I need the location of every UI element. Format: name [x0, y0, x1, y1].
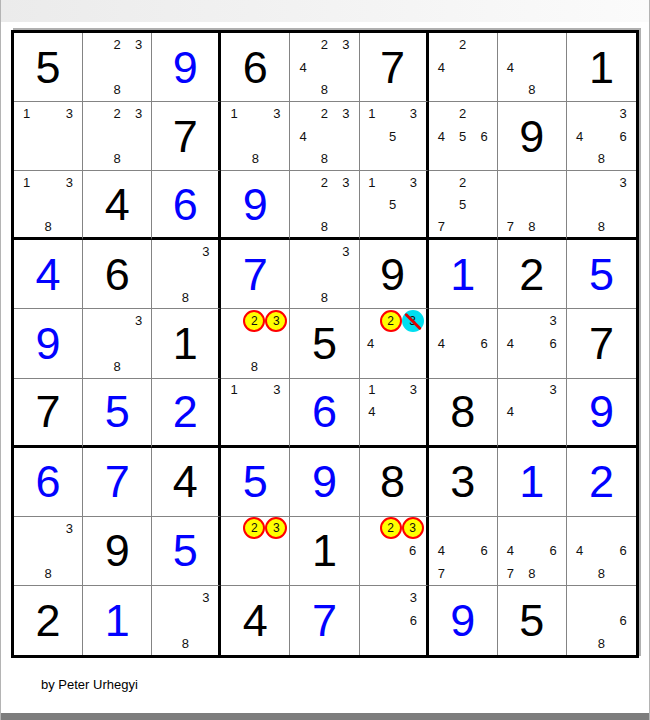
- candidate-digit: 2: [314, 171, 335, 193]
- candidate-digit: 3: [266, 379, 287, 401]
- candidate-digit: 8: [591, 215, 613, 237]
- author-credit: by Peter Urhegyi: [41, 677, 138, 692]
- cell-r5c1[interactable]: 9: [14, 309, 83, 378]
- candidate-digit: 4: [500, 56, 521, 79]
- candidate-digit: 3: [59, 517, 80, 540]
- candidate-grid: 46: [429, 309, 497, 377]
- cell-r7c9[interactable]: 2: [567, 448, 636, 517]
- cell-r2c8[interactable]: 9: [498, 102, 567, 171]
- candidate-digit: 3: [335, 33, 356, 56]
- candidate-digit: 6: [543, 332, 564, 355]
- cell-r2c3[interactable]: 7: [152, 102, 221, 171]
- candidate-digit: 8: [314, 78, 335, 101]
- candidate-digit: 3: [543, 379, 564, 401]
- cell-r1c5[interactable]: 2348: [290, 33, 359, 102]
- solved-digit: 6: [152, 171, 218, 237]
- cell-r2c5[interactable]: 2348: [290, 102, 359, 171]
- candidate-digit: 3: [128, 102, 149, 125]
- solved-digit: 4: [152, 448, 218, 516]
- window-top-bar: [1, 0, 649, 22]
- cell-r7c7[interactable]: 3: [429, 448, 498, 517]
- candidate-grid: 468: [567, 517, 636, 585]
- candidate-grid: 68: [567, 586, 636, 655]
- candidate-digit-eliminated: 3: [402, 310, 424, 332]
- candidate-digit: 1: [362, 379, 383, 401]
- solved-digit: 5: [221, 448, 289, 516]
- candidate-grid: 38: [83, 309, 151, 377]
- candidate-digit: 8: [175, 286, 196, 309]
- cell-r8c8[interactable]: 4678: [498, 517, 567, 586]
- candidate-grid: 234: [360, 309, 426, 377]
- candidate-digit: 7: [431, 562, 452, 585]
- cell-r5c9[interactable]: 7: [567, 309, 636, 378]
- candidate-digit: 7: [431, 215, 452, 237]
- window-bottom-bar: [1, 713, 649, 720]
- candidate-digit: 1: [16, 171, 37, 193]
- solved-digit: 5: [567, 240, 636, 308]
- candidate-digit: 3: [403, 171, 424, 193]
- cell-r9c5[interactable]: 7: [290, 586, 359, 655]
- cell-r6c2[interactable]: 5: [83, 379, 152, 448]
- candidate-digit: 3: [543, 309, 564, 332]
- candidate-digit: 3: [59, 102, 80, 125]
- candidate-digit: 2: [452, 171, 473, 193]
- candidate-digit: 8: [521, 78, 542, 101]
- cell-r7c5[interactable]: 9: [290, 448, 359, 517]
- candidate-digit: 2: [314, 102, 335, 125]
- cell-r1c6[interactable]: 7: [360, 33, 429, 102]
- cell-r3c2[interactable]: 4: [83, 171, 152, 240]
- candidate-digit: 4: [431, 332, 452, 355]
- cell-r9c8[interactable]: 5: [498, 586, 567, 655]
- cell-r1c9[interactable]: 1: [567, 33, 636, 102]
- candidate-grid: 38: [14, 517, 82, 585]
- candidate-digit: 6: [402, 539, 424, 562]
- candidate-grid: 467: [429, 517, 497, 585]
- solved-digit: 7: [290, 586, 358, 655]
- candidate-digit: 8: [106, 355, 127, 378]
- candidate-digit-highlighted: 3: [265, 517, 287, 539]
- solved-digit: 1: [83, 586, 151, 655]
- candidate-digit-highlighted: 3: [402, 517, 424, 539]
- candidate-digit-highlighted: 2: [243, 517, 265, 539]
- solved-digit: 5: [14, 33, 82, 101]
- solved-digit: 5: [152, 517, 218, 585]
- candidate-digit: 8: [37, 215, 58, 237]
- candidate-grid: 135: [360, 171, 426, 237]
- cell-r6c4[interactable]: 13: [221, 379, 290, 448]
- candidate-digit: 7: [500, 215, 521, 237]
- candidate-digit: 1: [362, 171, 383, 193]
- cell-r3c7[interactable]: 257: [429, 171, 498, 240]
- cell-r3c1[interactable]: 138: [14, 171, 83, 240]
- candidate-digit: 4: [292, 56, 313, 79]
- cell-r5c7[interactable]: 46: [429, 309, 498, 378]
- solved-digit: 9: [429, 586, 497, 655]
- cell-r8c7[interactable]: 467: [429, 517, 498, 586]
- candidate-digit: 4: [500, 332, 521, 355]
- cell-r3c6[interactable]: 135: [360, 171, 429, 240]
- solved-digit: 9: [498, 102, 566, 170]
- solved-digit: 7: [567, 309, 636, 377]
- candidate-grid: 238: [83, 102, 151, 170]
- solved-digit: 1: [498, 448, 566, 516]
- cell-r9c2[interactable]: 1: [83, 586, 152, 655]
- candidate-digit: 7: [500, 562, 521, 585]
- solved-digit: 8: [360, 448, 426, 516]
- candidate-digit: 6: [543, 539, 564, 562]
- cell-r4c1[interactable]: 4: [14, 240, 83, 309]
- cell-r6c7[interactable]: 8: [429, 379, 498, 448]
- candidate-digit: 8: [521, 562, 542, 585]
- solved-digit: 9: [567, 379, 636, 445]
- solved-digit: 1: [152, 309, 218, 377]
- cell-r1c3[interactable]: 9: [152, 33, 221, 102]
- candidate-digit-highlighted: 3: [265, 310, 287, 332]
- cell-r3c9[interactable]: 38: [567, 171, 636, 240]
- cell-r2c9[interactable]: 3468: [567, 102, 636, 171]
- cell-r5c3[interactable]: 1: [152, 309, 221, 378]
- solved-digit: 9: [360, 240, 426, 308]
- candidate-grid: 3468: [567, 102, 636, 170]
- solved-digit: 6: [14, 448, 82, 516]
- candidate-digit-highlighted: 2: [380, 517, 402, 539]
- candidate-grid: 78: [498, 171, 566, 237]
- candidate-digit: 8: [175, 632, 196, 655]
- candidate-digit-highlighted: 2: [243, 310, 265, 332]
- candidate-digit: 6: [612, 125, 634, 148]
- cell-r9c6[interactable]: 36: [360, 586, 429, 655]
- solved-digit: 1: [567, 33, 636, 101]
- cell-r8c6[interactable]: 236: [360, 517, 429, 586]
- candidate-digit: 6: [473, 539, 494, 562]
- solved-digit: 5: [498, 586, 566, 655]
- candidate-digit: 4: [292, 125, 313, 148]
- candidate-digit: 3: [403, 379, 424, 401]
- candidate-digit: 2: [452, 102, 473, 125]
- candidate-grid: 134: [360, 379, 426, 445]
- cell-r2c4[interactable]: 138: [221, 102, 290, 171]
- cell-r7c4[interactable]: 5: [221, 448, 290, 517]
- candidate-digit: 2: [106, 33, 127, 56]
- candidate-digit: 3: [128, 309, 149, 332]
- candidate-digit: 5: [452, 125, 473, 148]
- solved-digit: 6: [83, 240, 151, 308]
- cell-r3c5[interactable]: 238: [290, 171, 359, 240]
- solved-digit: 4: [14, 240, 82, 308]
- solved-digit: 7: [360, 33, 426, 101]
- solved-digit: 8: [429, 379, 497, 445]
- cell-r2c7[interactable]: 2456: [429, 102, 498, 171]
- cell-r9c4[interactable]: 4: [221, 586, 290, 655]
- cell-r9c9[interactable]: 68: [567, 586, 636, 655]
- candidate-digit: 1: [223, 102, 244, 125]
- candidate-grid: 2456: [429, 102, 497, 170]
- candidate-grid: 2348: [290, 33, 358, 101]
- candidate-grid: 38: [152, 586, 218, 655]
- candidate-grid: 346: [498, 309, 566, 377]
- candidate-digit: 4: [431, 56, 452, 79]
- candidate-digit: 4: [362, 332, 380, 355]
- solved-digit: 5: [83, 379, 151, 445]
- solved-digit: 7: [221, 240, 289, 308]
- cell-r9c3[interactable]: 38: [152, 586, 221, 655]
- cell-r8c5[interactable]: 1: [290, 517, 359, 586]
- candidate-grid: 135: [360, 102, 426, 170]
- cell-r9c7[interactable]: 9: [429, 586, 498, 655]
- candidate-digit: 2: [314, 33, 335, 56]
- cell-r3c8[interactable]: 78: [498, 171, 567, 240]
- candidate-digit: 1: [16, 102, 37, 125]
- candidate-digit: 4: [431, 125, 452, 148]
- sudoku-board: 5238962348724481132387138234813524569346…: [11, 30, 639, 658]
- candidate-grid: 34: [498, 379, 566, 445]
- candidate-grid: 38: [290, 240, 358, 308]
- candidate-digit: 2: [106, 102, 127, 125]
- cell-r6c3[interactable]: 2: [152, 379, 221, 448]
- candidate-grid: 36: [360, 586, 426, 655]
- cell-r8c4[interactable]: 23: [221, 517, 290, 586]
- candidate-digit: 1: [362, 102, 383, 125]
- solved-digit: 3: [429, 448, 497, 516]
- candidate-grid: 13: [14, 102, 82, 170]
- solved-digit: 1: [429, 240, 497, 308]
- solved-digit: 2: [498, 240, 566, 308]
- candidate-digit: 5: [452, 193, 473, 215]
- candidate-digit: 6: [473, 332, 494, 355]
- cell-r4c7[interactable]: 1: [429, 240, 498, 309]
- solved-digit: 1: [290, 517, 358, 585]
- candidate-digit: 3: [335, 240, 356, 263]
- solved-digit: 5: [290, 309, 358, 377]
- solved-digit: 2: [14, 586, 82, 655]
- solved-digit: 7: [83, 448, 151, 516]
- candidate-grid: 138: [221, 102, 289, 170]
- candidate-grid: 4678: [498, 517, 566, 585]
- cell-r4c4[interactable]: 7: [221, 240, 290, 309]
- candidate-digit: 6: [612, 609, 634, 632]
- candidate-digit: 8: [314, 215, 335, 237]
- candidate-digit: 3: [196, 240, 217, 263]
- candidate-grid: 23: [221, 517, 289, 585]
- cell-r3c4[interactable]: 9: [221, 171, 290, 240]
- cell-r7c2[interactable]: 7: [83, 448, 152, 517]
- candidate-digit: 4: [431, 539, 452, 562]
- candidate-digit: 8: [245, 148, 266, 171]
- solved-digit: 7: [152, 102, 218, 170]
- app-window: 5238962348724481132387138234813524569346…: [0, 0, 650, 720]
- candidate-digit: 5: [382, 193, 403, 215]
- candidate-grid: 238: [221, 309, 289, 377]
- candidate-digit: 3: [403, 586, 424, 609]
- cell-r5c6[interactable]: 234: [360, 309, 429, 378]
- cell-r6c1[interactable]: 7: [14, 379, 83, 448]
- candidate-digit: 8: [106, 148, 127, 171]
- solved-digit: 9: [290, 448, 358, 516]
- cell-r8c9[interactable]: 468: [567, 517, 636, 586]
- candidate-digit: 3: [59, 171, 80, 193]
- cell-r4c6[interactable]: 9: [360, 240, 429, 309]
- cell-r9c1[interactable]: 2: [14, 586, 83, 655]
- cell-r5c8[interactable]: 346: [498, 309, 567, 378]
- candidate-digit: 8: [591, 148, 613, 171]
- cell-r4c5[interactable]: 38: [290, 240, 359, 309]
- candidate-digit: 2: [452, 33, 473, 56]
- cell-r7c8[interactable]: 1: [498, 448, 567, 517]
- candidate-digit: 8: [314, 286, 335, 309]
- candidate-digit: 1: [223, 379, 244, 401]
- cell-r6c6[interactable]: 134: [360, 379, 429, 448]
- cell-r1c8[interactable]: 48: [498, 33, 567, 102]
- candidate-digit: 3: [612, 102, 634, 125]
- candidate-digit: 8: [106, 78, 127, 101]
- cell-r7c3[interactable]: 4: [152, 448, 221, 517]
- candidate-grid: 24: [429, 33, 497, 101]
- solved-digit: 6: [221, 33, 289, 101]
- candidate-grid: 38: [567, 171, 636, 237]
- candidate-digit: 3: [196, 586, 217, 609]
- cell-r1c4[interactable]: 6: [221, 33, 290, 102]
- solved-digit: 9: [152, 33, 218, 101]
- cell-r8c2[interactable]: 9: [83, 517, 152, 586]
- candidate-digit: 4: [362, 401, 383, 423]
- candidate-grid: 138: [14, 171, 82, 237]
- cell-r7c1[interactable]: 6: [14, 448, 83, 517]
- cell-r6c5[interactable]: 6: [290, 379, 359, 448]
- solved-digit: 9: [14, 309, 82, 377]
- candidate-grid: 236: [360, 517, 426, 585]
- cell-r8c3[interactable]: 5: [152, 517, 221, 586]
- cell-r2c2[interactable]: 238: [83, 102, 152, 171]
- candidate-digit-highlighted: 2: [380, 310, 402, 332]
- cell-r5c4[interactable]: 238: [221, 309, 290, 378]
- cell-r4c3[interactable]: 38: [152, 240, 221, 309]
- cell-r2c1[interactable]: 13: [14, 102, 83, 171]
- solved-digit: 2: [152, 379, 218, 445]
- solved-digit: 9: [221, 171, 289, 237]
- solved-digit: 2: [567, 448, 636, 516]
- candidate-digit: 8: [37, 562, 58, 585]
- candidate-grid: 2348: [290, 102, 358, 170]
- cell-r7c6[interactable]: 8: [360, 448, 429, 517]
- cell-r8c1[interactable]: 38: [14, 517, 83, 586]
- candidate-digit: 8: [243, 355, 265, 378]
- candidate-digit: 4: [569, 125, 591, 148]
- cell-r4c8[interactable]: 2: [498, 240, 567, 309]
- candidate-grid: 257: [429, 171, 497, 237]
- cell-r3c3[interactable]: 6: [152, 171, 221, 240]
- cell-r1c7[interactable]: 24: [429, 33, 498, 102]
- candidate-digit: 3: [335, 171, 356, 193]
- candidate-digit: 8: [314, 148, 335, 171]
- candidate-digit: 8: [521, 215, 542, 237]
- candidate-grid: 238: [83, 33, 151, 101]
- candidate-digit: 6: [403, 609, 424, 632]
- candidate-grid: 38: [152, 240, 218, 308]
- candidate-digit: 6: [612, 539, 634, 562]
- cell-r6c9[interactable]: 9: [567, 379, 636, 448]
- cell-r6c8[interactable]: 34: [498, 379, 567, 448]
- cell-r5c5[interactable]: 5: [290, 309, 359, 378]
- candidate-digit: 3: [266, 102, 287, 125]
- candidate-digit: 3: [403, 102, 424, 125]
- cell-r1c1[interactable]: 5: [14, 33, 83, 102]
- candidate-grid: 238: [290, 171, 358, 237]
- candidate-grid: 48: [498, 33, 566, 101]
- cell-r1c2[interactable]: 238: [83, 33, 152, 102]
- candidate-digit: 4: [569, 539, 591, 562]
- solved-digit: 4: [83, 171, 151, 237]
- candidate-digit: 8: [591, 632, 613, 655]
- cell-r2c6[interactable]: 135: [360, 102, 429, 171]
- solved-digit: 7: [14, 379, 82, 445]
- candidate-digit: 5: [382, 125, 403, 148]
- candidate-digit: 6: [473, 125, 494, 148]
- candidate-digit: 3: [612, 171, 634, 193]
- candidate-digit: 3: [335, 102, 356, 125]
- candidate-grid: 13: [221, 379, 289, 445]
- candidate-digit: 4: [500, 401, 521, 423]
- solved-digit: 4: [221, 586, 289, 655]
- candidate-digit: 4: [500, 539, 521, 562]
- cell-r4c2[interactable]: 6: [83, 240, 152, 309]
- cell-r4c9[interactable]: 5: [567, 240, 636, 309]
- candidate-digit: 8: [591, 562, 613, 585]
- candidate-digit: 3: [128, 33, 149, 56]
- solved-digit: 6: [290, 379, 358, 445]
- solved-digit: 9: [83, 517, 151, 585]
- cell-r5c2[interactable]: 38: [83, 309, 152, 378]
